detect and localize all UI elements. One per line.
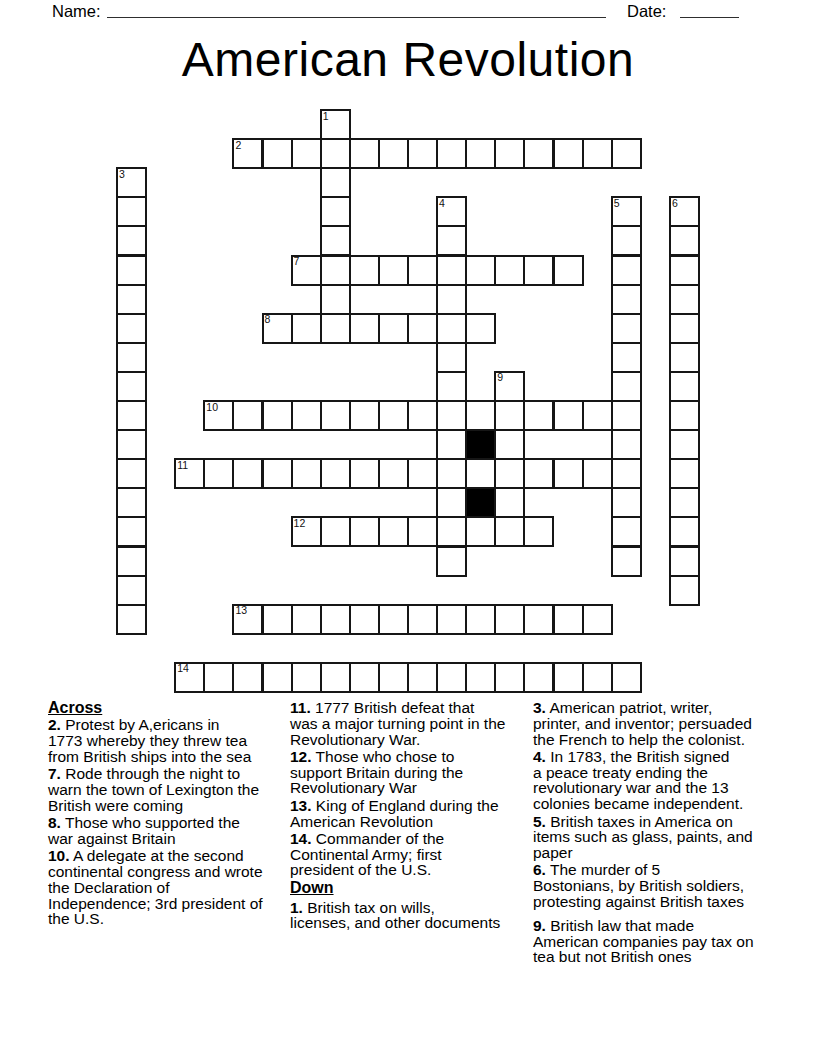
cell-r10c10[interactable] (407, 400, 438, 431)
cell-r5c9[interactable] (378, 255, 409, 286)
cell-r12c19[interactable] (669, 458, 700, 489)
cell-r19c15[interactable] (553, 662, 584, 693)
cell-r3c0[interactable] (116, 196, 147, 227)
puzzle-title: American Revolution (0, 30, 816, 90)
cell-r12c2[interactable] (174, 458, 205, 489)
cell-r3c19[interactable] (669, 196, 700, 227)
cell-r15c19[interactable] (669, 546, 700, 577)
cell-r6c7[interactable] (320, 284, 351, 315)
cell-r9c11[interactable] (436, 371, 467, 402)
cell-r10c0[interactable] (116, 400, 147, 431)
cell-r3c7[interactable] (320, 196, 351, 227)
clue-across-12: 12. Those who chose to support Britain d… (290, 749, 533, 796)
clue-down-5: 5. British taxes in America on items suc… (533, 814, 776, 861)
cell-r5c13[interactable] (494, 255, 525, 286)
cell-r19c7[interactable] (320, 662, 351, 693)
cell-r4c0[interactable] (116, 225, 147, 256)
cell-r7c19[interactable] (669, 313, 700, 344)
clue-number-label: 4. (533, 748, 546, 765)
clue-text: British taxes in America on items such a… (533, 813, 753, 862)
cell-r19c2[interactable] (174, 662, 205, 693)
clue-text: British tax on wills, licenses, and othe… (290, 899, 500, 932)
clue-text: British law that made American companies… (533, 917, 754, 966)
cell-r12c0[interactable] (116, 458, 147, 489)
cell-r10c14[interactable] (523, 400, 554, 431)
cell-r19c12[interactable] (465, 662, 496, 693)
cell-r13c11[interactable] (436, 487, 467, 518)
cell-r12c10[interactable] (407, 458, 438, 489)
cell-r11c11[interactable] (436, 429, 467, 460)
clue-number-label: 12. (290, 748, 312, 765)
cell-r1c9[interactable] (378, 138, 409, 169)
cell-r19c10[interactable] (407, 662, 438, 693)
cell-r17c11[interactable] (436, 604, 467, 635)
cell-r7c11[interactable] (436, 313, 467, 344)
cell-r6c0[interactable] (116, 284, 147, 315)
cell-r6c11[interactable] (436, 284, 467, 315)
cell-r1c4[interactable] (232, 138, 263, 169)
cell-r16c19[interactable] (669, 575, 700, 606)
clue-text: The murder of 5 Bostonians, by British s… (533, 861, 744, 910)
clue-text: Those who chose to support Britain durin… (290, 748, 463, 797)
cell-r15c0[interactable] (116, 546, 147, 577)
cell-r13c17[interactable] (611, 487, 642, 518)
cell-r19c6[interactable] (291, 662, 322, 693)
cell-r9c19[interactable] (669, 371, 700, 402)
cell-r10c4[interactable] (232, 400, 263, 431)
cell-r1c12[interactable] (465, 138, 496, 169)
clue-text: American patriot, writer, printer, and i… (533, 699, 752, 748)
cell-r1c6[interactable] (291, 138, 322, 169)
clue-number-label: 11. (290, 699, 311, 716)
clue-text: Rode through the night to warn the town … (48, 765, 259, 814)
cell-r10c8[interactable] (349, 400, 380, 431)
cell-r15c11[interactable] (436, 546, 467, 577)
cell-r17c14[interactable] (523, 604, 554, 635)
clues-column-3: 3. American patriot, writer, printer, an… (533, 700, 776, 967)
down-header: Down (290, 880, 533, 896)
cell-r12c7[interactable] (320, 458, 351, 489)
cell-r5c10[interactable] (407, 255, 438, 286)
cell-r9c17[interactable] (611, 371, 642, 402)
cell-r10c15[interactable] (553, 400, 584, 431)
clue-down-6: 6. The murder of 5 Bostonians, by Britis… (533, 862, 776, 909)
cell-r7c7[interactable] (320, 313, 351, 344)
cell-r19c17[interactable] (611, 662, 642, 693)
cell-r12c5[interactable] (262, 458, 293, 489)
cell-r12c17[interactable] (611, 458, 642, 489)
cell-r12c16[interactable] (582, 458, 613, 489)
cell-r19c5[interactable] (262, 662, 293, 693)
cell-r13c13[interactable] (494, 487, 525, 518)
cell-r10c9[interactable] (378, 400, 409, 431)
cell-r7c10[interactable] (407, 313, 438, 344)
cell-r5c12[interactable] (465, 255, 496, 286)
cell-r10c13[interactable] (494, 400, 525, 431)
cell-r14c11[interactable] (436, 516, 467, 547)
clue-text: King of England during the American Revo… (290, 797, 499, 830)
cell-r14c14[interactable] (523, 516, 554, 547)
clue-across-7: 7. Rode through the night to warn the to… (48, 766, 288, 813)
clue-number-label: 14. (290, 830, 312, 847)
cell-r7c9[interactable] (378, 313, 409, 344)
cell-r10c6[interactable] (291, 400, 322, 431)
clue-number-label: 10. (48, 847, 70, 864)
cell-r17c9[interactable] (378, 604, 409, 635)
cell-r19c9[interactable] (378, 662, 409, 693)
cell-r5c14[interactable] (523, 255, 554, 286)
clue-number-label: 5. (533, 813, 546, 830)
clue-text: Commander of the Continental Army; first… (290, 830, 444, 879)
clue-down-9: 9. British law that made American compan… (533, 918, 776, 965)
cell-r14c13[interactable] (494, 516, 525, 547)
cell-r10c17[interactable] (611, 400, 642, 431)
cell-r14c7[interactable] (320, 516, 351, 547)
cell-r19c11[interactable] (436, 662, 467, 693)
cell-r5c15[interactable] (553, 255, 584, 286)
cell-r12c6[interactable] (291, 458, 322, 489)
cell-r1c17[interactable] (611, 138, 642, 169)
cell-r10c11[interactable] (436, 400, 467, 431)
cell-r1c15[interactable] (553, 138, 584, 169)
cell-r12c15[interactable] (553, 458, 584, 489)
cell-r12c8[interactable] (349, 458, 380, 489)
cell-r3c11[interactable] (436, 196, 467, 227)
cell-r19c4[interactable] (232, 662, 263, 693)
name-label: Name: (52, 2, 101, 21)
clue-text: In 1783, the British signed a peace trea… (533, 748, 743, 812)
cell-r17c5[interactable] (262, 604, 293, 635)
cell-r10c3[interactable] (203, 400, 234, 431)
cell-r17c15[interactable] (553, 604, 584, 635)
cell-r14c19[interactable] (669, 516, 700, 547)
cell-r10c12[interactable] (465, 400, 496, 431)
cell-r9c13[interactable] (494, 371, 525, 402)
clue-number-label: 7. (48, 765, 61, 782)
cell-r9c0[interactable] (116, 371, 147, 402)
clue-across-10: 10. A delegate at the second continental… (48, 848, 288, 927)
cell-r2c7[interactable] (320, 167, 351, 198)
cell-r5c17[interactable] (611, 255, 642, 286)
cell-r7c12[interactable] (465, 313, 496, 344)
cell-r0c7[interactable] (320, 109, 351, 140)
cell-r19c13[interactable] (494, 662, 525, 693)
clues-column-2: 11. 1777 British defeat that was a major… (290, 700, 533, 933)
clue-number-label: 1. (290, 899, 303, 916)
cell-r12c9[interactable] (378, 458, 409, 489)
cell-r5c19[interactable] (669, 255, 700, 286)
clue-text: A delegate at the second continental con… (48, 847, 263, 927)
cell-r10c19[interactable] (669, 400, 700, 431)
clue-number-label: 6. (533, 861, 546, 878)
black-cell-r13c12 (465, 487, 496, 518)
cell-r8c17[interactable] (611, 342, 642, 373)
clue-number-label: 9. (533, 917, 546, 934)
cell-r19c8[interactable] (349, 662, 380, 693)
clue-across-14: 14. Commander of the Continental Army; f… (290, 831, 533, 878)
cell-r15c17[interactable] (611, 546, 642, 577)
cell-r11c0[interactable] (116, 429, 147, 460)
clue-number-label: 8. (48, 814, 61, 831)
cell-r1c13[interactable] (494, 138, 525, 169)
cell-r4c7[interactable] (320, 225, 351, 256)
crossword-worksheet: Name: Date: American Revolution 12345678… (0, 0, 816, 1056)
cell-r17c8[interactable] (349, 604, 380, 635)
cell-r4c11[interactable] (436, 225, 467, 256)
cell-r2c0[interactable] (116, 167, 147, 198)
cell-r16c0[interactable] (116, 575, 147, 606)
clue-down-4: 4. In 1783, the British signed a peace t… (533, 749, 776, 812)
cell-r19c16[interactable] (582, 662, 613, 693)
cell-r11c17[interactable] (611, 429, 642, 460)
cell-r13c19[interactable] (669, 487, 700, 518)
cell-r1c14[interactable] (523, 138, 554, 169)
cell-r5c6[interactable] (291, 255, 322, 286)
cell-r1c11[interactable] (436, 138, 467, 169)
cell-r14c6[interactable] (291, 516, 322, 547)
clue-across-2: 2. Protest by A,ericans in 1773 whereby … (48, 717, 288, 764)
cell-r14c12[interactable] (465, 516, 496, 547)
date-input-line[interactable] (680, 17, 739, 19)
cell-r17c10[interactable] (407, 604, 438, 635)
cell-r1c7[interactable] (320, 138, 351, 169)
cell-r6c17[interactable] (611, 284, 642, 315)
clue-across-8: 8. Those who supported the war against B… (48, 815, 288, 847)
clue-down-3: 3. American patriot, writer, printer, an… (533, 700, 776, 747)
cell-r17c6[interactable] (291, 604, 322, 635)
cell-r7c0[interactable] (116, 313, 147, 344)
cell-r14c0[interactable] (116, 516, 147, 547)
cell-r4c19[interactable] (669, 225, 700, 256)
cell-r12c12[interactable] (465, 458, 496, 489)
across-header: Across (48, 700, 288, 716)
cell-r12c11[interactable] (436, 458, 467, 489)
cell-r17c13[interactable] (494, 604, 525, 635)
cell-r14c9[interactable] (378, 516, 409, 547)
cell-r7c17[interactable] (611, 313, 642, 344)
cell-r8c0[interactable] (116, 342, 147, 373)
cell-r17c16[interactable] (582, 604, 613, 635)
cell-r19c3[interactable] (203, 662, 234, 693)
cell-r14c10[interactable] (407, 516, 438, 547)
cell-r3c17[interactable] (611, 196, 642, 227)
clue-text: 1777 British defeat that was a major tur… (290, 699, 505, 748)
cell-r8c19[interactable] (669, 342, 700, 373)
cell-r1c5[interactable] (262, 138, 293, 169)
name-input-line[interactable] (107, 17, 606, 19)
cell-r7c8[interactable] (349, 313, 380, 344)
cell-r14c8[interactable] (349, 516, 380, 547)
cell-r17c4[interactable] (232, 604, 263, 635)
cell-r10c7[interactable] (320, 400, 351, 431)
cell-r10c5[interactable] (262, 400, 293, 431)
cell-r17c12[interactable] (465, 604, 496, 635)
clue-down-1: 1. British tax on wills, licenses, and o… (290, 900, 533, 932)
cell-r13c0[interactable] (116, 487, 147, 518)
clue-across-13: 13. King of England during the American … (290, 798, 533, 830)
clue-across-11: 11. 1777 British defeat that was a major… (290, 700, 533, 747)
cell-r1c16[interactable] (582, 138, 613, 169)
cell-r1c10[interactable] (407, 138, 438, 169)
cell-r11c13[interactable] (494, 429, 525, 460)
cell-r7c6[interactable] (291, 313, 322, 344)
cell-r17c7[interactable] (320, 604, 351, 635)
cell-r12c4[interactable] (232, 458, 263, 489)
clue-text: Those who supported the war against Brit… (48, 814, 240, 847)
cell-r8c11[interactable] (436, 342, 467, 373)
cell-r7c5[interactable] (262, 313, 293, 344)
cell-r11c19[interactable] (669, 429, 700, 460)
black-cell-r11c12 (465, 429, 496, 460)
cell-r12c14[interactable] (523, 458, 554, 489)
date-label: Date: (627, 2, 666, 21)
cell-r17c0[interactable] (116, 604, 147, 635)
cell-r5c0[interactable] (116, 255, 147, 286)
clue-text: Protest by A,ericans in 1773 whereby the… (48, 716, 251, 765)
cell-r10c16[interactable] (582, 400, 613, 431)
cell-r5c11[interactable] (436, 255, 467, 286)
cell-r5c7[interactable] (320, 255, 351, 286)
cell-r5c8[interactable] (349, 255, 380, 286)
cell-r6c19[interactable] (669, 284, 700, 315)
cell-r4c17[interactable] (611, 225, 642, 256)
cell-r1c8[interactable] (349, 138, 380, 169)
clue-number-label: 13. (290, 797, 312, 814)
clue-number-label: 3. (533, 699, 546, 716)
cell-r12c3[interactable] (203, 458, 234, 489)
cell-r19c14[interactable] (523, 662, 554, 693)
clues-column-1: Across2. Protest by A,ericans in 1773 wh… (48, 700, 288, 929)
clue-number-label: 2. (48, 716, 61, 733)
cell-r12c13[interactable] (494, 458, 525, 489)
cell-r14c17[interactable] (611, 516, 642, 547)
